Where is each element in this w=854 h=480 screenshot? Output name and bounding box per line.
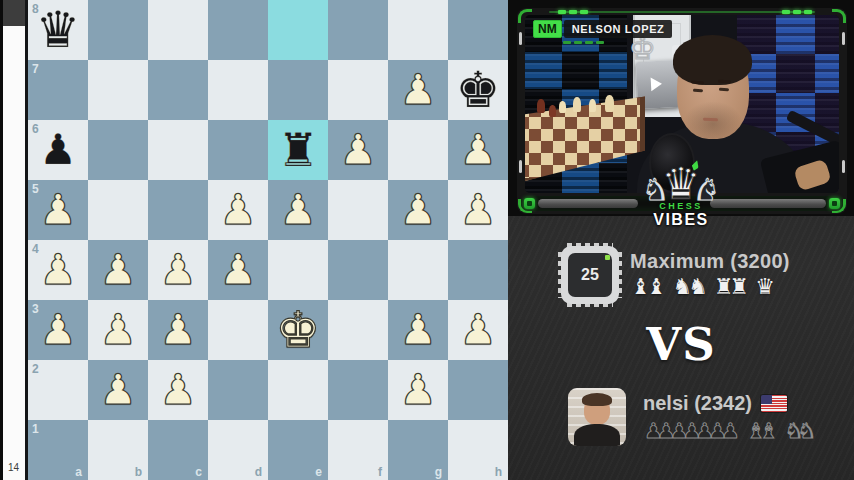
file-label: b xyxy=(135,465,142,479)
square-f6[interactable]: ♟ xyxy=(328,120,388,180)
avatar-shirt xyxy=(574,424,620,446)
piece-wp[interactable]: ♟ xyxy=(208,180,268,240)
square-e3[interactable]: ♚ xyxy=(268,300,328,360)
chip-status-dot xyxy=(605,255,610,260)
square-g3[interactable]: ♟ xyxy=(388,300,448,360)
chess-board: 8♛7♟♚6♟♜♟♟5♟♟♟♟♟4♟♟♟♟3♟♟♟♚♟♟2♟♟♟1abcdefg… xyxy=(28,0,508,480)
audio-meter-dash xyxy=(804,10,812,14)
square-d4[interactable]: ♟ xyxy=(208,240,268,300)
chess-piece-prop xyxy=(537,99,545,113)
square-g8[interactable] xyxy=(388,0,448,60)
square-f7[interactable] xyxy=(328,60,388,120)
square-c8[interactable] xyxy=(148,0,208,60)
square-e1[interactable]: e xyxy=(268,420,328,480)
streamer-eye xyxy=(693,89,703,93)
knight-icon: ♞ xyxy=(693,172,720,207)
app: 14 8♛7♟♚6♟♜♟♟5♟♟♟♟♟4♟♟♟♟3♟♟♟♚♟♟2♟♟♟1abcd… xyxy=(0,0,854,480)
badge-meter-dash xyxy=(585,41,593,44)
avatar-hair xyxy=(582,393,612,406)
piece-wp[interactable]: ♟ xyxy=(388,180,448,240)
badge-meter-dash xyxy=(563,41,571,44)
square-e2[interactable] xyxy=(268,360,328,420)
streamer-eye xyxy=(719,88,729,92)
audio-meter-line xyxy=(549,11,815,13)
piece-wp[interactable]: ♟ xyxy=(388,300,448,360)
square-g7[interactable]: ♟ xyxy=(388,60,448,120)
square-f3[interactable] xyxy=(328,300,388,360)
square-c2[interactable]: ♟ xyxy=(148,360,208,420)
piece-wp[interactable]: ♟ xyxy=(448,120,508,180)
file-label: h xyxy=(495,465,502,479)
player-material-icons: ♟♟♟♟♟♟♟ ♝♝ ♞♞ xyxy=(644,419,810,443)
piece-wp[interactable]: ♟ xyxy=(28,180,88,240)
square-a8[interactable]: 8♛ xyxy=(28,0,88,60)
piece-wp[interactable]: ♟ xyxy=(28,240,88,300)
square-c3[interactable]: ♟ xyxy=(148,300,208,360)
chess-piece-prop xyxy=(549,105,556,117)
badge-meter-dash xyxy=(596,41,604,44)
engine-avatar: 25 xyxy=(561,246,619,304)
piece-wp[interactable]: ♟ xyxy=(448,180,508,240)
square-d7[interactable] xyxy=(208,60,268,120)
piece-wp[interactable]: ♟ xyxy=(148,300,208,360)
piece-wp[interactable]: ♟ xyxy=(448,300,508,360)
square-a7[interactable]: 7 xyxy=(28,60,88,120)
stream-panel: ♚ xyxy=(508,0,854,480)
square-b4[interactable]: ♟ xyxy=(88,240,148,300)
nm-title-badge: NM xyxy=(533,20,562,38)
file-label: d xyxy=(255,465,262,479)
file-label: e xyxy=(315,465,322,479)
piece-wp[interactable]: ♟ xyxy=(208,240,268,300)
piece-wp[interactable]: ♟ xyxy=(268,180,328,240)
square-f1[interactable]: f xyxy=(328,420,388,480)
square-e6[interactable]: ♜ xyxy=(268,120,328,180)
square-c1[interactable]: c xyxy=(148,420,208,480)
square-e7[interactable] xyxy=(268,60,328,120)
us-flag-icon xyxy=(761,395,787,412)
file-label: c xyxy=(195,465,202,479)
piece-wp[interactable]: ♟ xyxy=(28,300,88,360)
square-h2[interactable] xyxy=(448,360,508,420)
audio-meter-dash xyxy=(580,10,588,14)
square-d5[interactable]: ♟ xyxy=(208,180,268,240)
square-f4[interactable] xyxy=(328,240,388,300)
logo-pieces: ♞ ♛ ♞ xyxy=(633,162,729,208)
audio-meter-dash xyxy=(558,10,566,14)
square-g6[interactable] xyxy=(388,120,448,180)
piece-wp[interactable]: ♟ xyxy=(328,120,388,180)
chessvibes-logo: ♞ ♛ ♞ CHESS VIBES xyxy=(508,162,854,229)
piece-br[interactable]: ♜ xyxy=(268,120,328,180)
square-g4[interactable] xyxy=(388,240,448,300)
square-d3[interactable] xyxy=(208,300,268,360)
square-g5[interactable]: ♟ xyxy=(388,180,448,240)
badge-meter-dash xyxy=(574,41,582,44)
square-f2[interactable] xyxy=(328,360,388,420)
audio-meter-dash xyxy=(569,10,577,14)
rank-label: 1 xyxy=(32,422,39,436)
audio-meter-dash xyxy=(793,10,801,14)
vs-label: VS xyxy=(508,318,854,371)
streamer-name: NELSON LOPEZ xyxy=(564,20,673,38)
piece-wp[interactable]: ♟ xyxy=(88,240,148,300)
square-b7[interactable] xyxy=(88,60,148,120)
chess-piece-prop xyxy=(573,97,581,112)
square-h1[interactable]: h xyxy=(448,420,508,480)
square-d6[interactable] xyxy=(208,120,268,180)
file-label: f xyxy=(378,465,382,479)
square-a4[interactable]: 4♟ xyxy=(28,240,88,300)
rank-label: 2 xyxy=(32,362,39,376)
piece-wp[interactable]: ♟ xyxy=(148,240,208,300)
player-name-rating: nelsi (2342) xyxy=(643,392,752,415)
frame-tick xyxy=(842,32,845,45)
square-d1[interactable]: d xyxy=(208,420,268,480)
piece-wk[interactable]: ♚ xyxy=(268,300,328,360)
streamer-eyebrow xyxy=(718,80,731,83)
square-h6[interactable]: ♟ xyxy=(448,120,508,180)
frame-tick xyxy=(519,32,522,45)
square-h5[interactable]: ♟ xyxy=(448,180,508,240)
piece-wp[interactable]: ♟ xyxy=(88,360,148,420)
square-c4[interactable]: ♟ xyxy=(148,240,208,300)
square-h8[interactable] xyxy=(448,0,508,60)
square-a3[interactable]: 3♟ xyxy=(28,300,88,360)
page-number: 14 xyxy=(8,462,19,473)
square-f5[interactable] xyxy=(328,180,388,240)
square-f8[interactable] xyxy=(328,0,388,60)
window-side-strip: 14 xyxy=(3,0,25,480)
piece-wp[interactable]: ♟ xyxy=(388,360,448,420)
square-b2[interactable]: ♟ xyxy=(88,360,148,420)
audio-meter-dash xyxy=(782,10,790,14)
square-b1[interactable]: b xyxy=(88,420,148,480)
piece-wp[interactable]: ♟ xyxy=(88,300,148,360)
engine-name-rating: Maximum (3200) xyxy=(630,250,790,273)
square-h3[interactable]: ♟ xyxy=(448,300,508,360)
square-e4[interactable] xyxy=(268,240,328,300)
square-b5[interactable] xyxy=(88,180,148,240)
chess-piece-prop xyxy=(589,99,596,112)
square-c5[interactable] xyxy=(148,180,208,240)
player-avatar xyxy=(568,388,626,446)
square-b6[interactable] xyxy=(88,120,148,180)
square-e8[interactable] xyxy=(268,0,328,60)
chess-piece-prop xyxy=(559,101,566,113)
streamer-badge: NM NELSON LOPEZ xyxy=(533,20,672,38)
chess-piece-prop xyxy=(605,95,614,112)
square-c6[interactable] xyxy=(148,120,208,180)
piece-bq[interactable]: ♛ xyxy=(28,0,88,60)
square-g2[interactable]: ♟ xyxy=(388,360,448,420)
file-label: g xyxy=(435,465,442,479)
square-c7[interactable] xyxy=(148,60,208,120)
file-label: a xyxy=(75,465,82,479)
side-strip-header xyxy=(3,0,25,26)
square-a1[interactable]: 1a xyxy=(28,420,88,480)
square-h4[interactable] xyxy=(448,240,508,300)
player-name-row: nelsi (2342) xyxy=(643,392,787,415)
piece-wp[interactable]: ♟ xyxy=(388,60,448,120)
square-g1[interactable]: g xyxy=(388,420,448,480)
square-a2[interactable]: 2 xyxy=(28,360,88,420)
square-e5[interactable]: ♟ xyxy=(268,180,328,240)
square-b8[interactable] xyxy=(88,0,148,60)
rank-label: 7 xyxy=(32,62,39,76)
square-a5[interactable]: 5♟ xyxy=(28,180,88,240)
square-d8[interactable] xyxy=(208,0,268,60)
piece-wp[interactable]: ♟ xyxy=(148,360,208,420)
square-h7[interactable]: ♚ xyxy=(448,60,508,120)
square-d2[interactable] xyxy=(208,360,268,420)
board-frame: 8♛7♟♚6♟♜♟♟5♟♟♟♟♟4♟♟♟♟3♟♟♟♚♟♟2♟♟♟1abcdefg… xyxy=(25,0,508,480)
piece-bk[interactable]: ♚ xyxy=(448,60,508,120)
engine-material-icons: ♝♝ ♞♞ ♜♜ ♛ xyxy=(631,274,771,299)
square-b3[interactable]: ♟ xyxy=(88,300,148,360)
square-a6[interactable]: 6♟ xyxy=(28,120,88,180)
piece-bp[interactable]: ♟ xyxy=(28,120,88,180)
streamer-hair xyxy=(673,35,752,85)
logo-text-vibes: VIBES xyxy=(653,211,709,229)
